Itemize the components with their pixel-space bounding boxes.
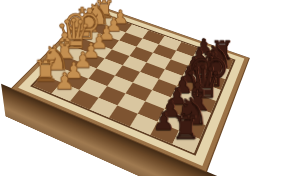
square-c5 (126, 82, 152, 101)
photo-scene: ♜♟♟♜♞♟♟♞♝♟♟♝♚♟♟♚♛♟♟♛♝♟♟♝♞♟♟♞♜♟♟♜ (0, 0, 290, 176)
square-f7: ♟ (183, 66, 207, 83)
chess-box: ♜♟♟♜♞♟♟♞♝♟♟♝♚♟♟♚♛♟♟♛♝♟♟♝♞♟♟♞♜♟♟♜ (12, 5, 249, 171)
board-walnut-rim: ♜♟♟♜♞♟♟♞♝♟♟♝♚♟♟♚♛♟♟♛♝♟♟♝♞♟♟♞♜♟♟♜ (12, 5, 249, 171)
square-f8: ♝ (202, 72, 226, 89)
chess-set-photo: ♜♟♟♜♞♟♟♞♝♟♟♝♚♟♟♚♛♟♟♛♝♟♟♝♞♟♟♞♜♟♟♜ (0, 0, 290, 176)
white-rook-h1: ♜ (66, 0, 143, 21)
